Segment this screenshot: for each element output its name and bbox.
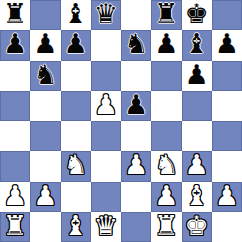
piece-black-pawn-h7[interactable]: ♟ [215,30,239,59]
piece-white-queen-d1[interactable]: ♛ [94,212,118,241]
square-g2[interactable]: ♝ [182,182,212,212]
square-g7[interactable]: ♝ [182,30,212,60]
square-h4[interactable] [212,121,242,151]
piece-white-rook-a1[interactable]: ♜ [3,212,27,241]
square-a4[interactable] [0,121,30,151]
square-b7[interactable]: ♟ [30,30,60,60]
square-e4[interactable] [121,121,151,151]
piece-black-pawn-e5[interactable]: ♟ [124,91,148,120]
piece-black-rook-f8[interactable]: ♜ [154,0,178,29]
piece-white-pawn-h2[interactable]: ♟ [215,182,239,211]
square-d5[interactable]: ♟ [91,91,121,121]
square-c4[interactable] [61,121,91,151]
piece-black-pawn-c7[interactable]: ♟ [64,30,88,59]
piece-white-pawn-b2[interactable]: ♟ [33,182,57,211]
piece-white-pawn-a2[interactable]: ♟ [3,182,27,211]
square-a2[interactable]: ♟ [0,182,30,212]
piece-white-knight-f3[interactable]: ♞ [154,151,178,180]
chess-board: ♜♝♛♜♚♟♟♟♞♟♝♟♞♟♟♟♞♟♞♟♟♟♟♝♟♜♝♛♜♚ [0,0,242,242]
square-f5[interactable] [151,91,181,121]
square-e5[interactable]: ♟ [121,91,151,121]
piece-white-pawn-g3[interactable]: ♟ [185,151,209,180]
square-d4[interactable] [91,121,121,151]
square-b8[interactable] [30,0,60,30]
square-b6[interactable]: ♞ [30,61,60,91]
square-a8[interactable]: ♜ [0,0,30,30]
square-c5[interactable] [61,91,91,121]
square-b3[interactable] [30,151,60,181]
square-g4[interactable] [182,121,212,151]
square-g8[interactable]: ♚ [182,0,212,30]
piece-black-pawn-a7[interactable]: ♟ [3,30,27,59]
piece-black-knight-b6[interactable]: ♞ [33,61,57,90]
piece-white-knight-c3[interactable]: ♞ [64,151,88,180]
piece-black-pawn-f7[interactable]: ♟ [154,30,178,59]
square-e3[interactable]: ♟ [121,151,151,181]
piece-black-knight-e7[interactable]: ♞ [124,30,148,59]
piece-black-pawn-b7[interactable]: ♟ [33,30,57,59]
square-c6[interactable] [61,61,91,91]
square-a3[interactable] [0,151,30,181]
square-h8[interactable] [212,0,242,30]
square-d6[interactable] [91,61,121,91]
square-f6[interactable] [151,61,181,91]
square-e1[interactable] [121,212,151,242]
square-a1[interactable]: ♜ [0,212,30,242]
piece-white-rook-f1[interactable]: ♜ [154,212,178,241]
piece-white-king-g1[interactable]: ♚ [185,212,209,241]
square-c3[interactable]: ♞ [61,151,91,181]
piece-white-pawn-e3[interactable]: ♟ [124,151,148,180]
square-d7[interactable] [91,30,121,60]
square-h2[interactable]: ♟ [212,182,242,212]
square-b1[interactable] [30,212,60,242]
square-a6[interactable] [0,61,30,91]
square-f7[interactable]: ♟ [151,30,181,60]
square-d8[interactable]: ♛ [91,0,121,30]
square-e6[interactable] [121,61,151,91]
piece-black-king-g8[interactable]: ♚ [185,0,209,29]
square-g5[interactable] [182,91,212,121]
square-h5[interactable] [212,91,242,121]
piece-black-pawn-g6[interactable]: ♟ [185,61,209,90]
square-e2[interactable] [121,182,151,212]
square-e7[interactable]: ♞ [121,30,151,60]
chess-board-wrap: ♜♝♛♜♚♟♟♟♞♟♝♟♞♟♟♟♞♟♞♟♟♟♟♝♟♜♝♛♜♚ [0,0,242,242]
square-d3[interactable] [91,151,121,181]
piece-white-bishop-c1[interactable]: ♝ [64,212,88,241]
square-f1[interactable]: ♜ [151,212,181,242]
piece-white-bishop-g2[interactable]: ♝ [185,182,209,211]
square-a5[interactable] [0,91,30,121]
square-g6[interactable]: ♟ [182,61,212,91]
square-h1[interactable] [212,212,242,242]
piece-black-queen-d8[interactable]: ♛ [94,0,118,29]
piece-black-bishop-c8[interactable]: ♝ [64,0,88,29]
piece-black-rook-a8[interactable]: ♜ [3,0,27,29]
piece-black-bishop-g7[interactable]: ♝ [185,30,209,59]
square-d1[interactable]: ♛ [91,212,121,242]
square-f2[interactable]: ♟ [151,182,181,212]
square-c2[interactable] [61,182,91,212]
square-h7[interactable]: ♟ [212,30,242,60]
square-d2[interactable] [91,182,121,212]
square-c8[interactable]: ♝ [61,0,91,30]
square-c1[interactable]: ♝ [61,212,91,242]
square-b4[interactable] [30,121,60,151]
piece-white-pawn-f2[interactable]: ♟ [154,182,178,211]
piece-white-pawn-d5[interactable]: ♟ [94,91,118,120]
square-g3[interactable]: ♟ [182,151,212,181]
square-f4[interactable] [151,121,181,151]
square-h3[interactable] [212,151,242,181]
square-g1[interactable]: ♚ [182,212,212,242]
square-b5[interactable] [30,91,60,121]
square-e8[interactable] [121,0,151,30]
square-b2[interactable]: ♟ [30,182,60,212]
square-f8[interactable]: ♜ [151,0,181,30]
square-c7[interactable]: ♟ [61,30,91,60]
square-f3[interactable]: ♞ [151,151,181,181]
square-h6[interactable] [212,61,242,91]
square-a7[interactable]: ♟ [0,30,30,60]
